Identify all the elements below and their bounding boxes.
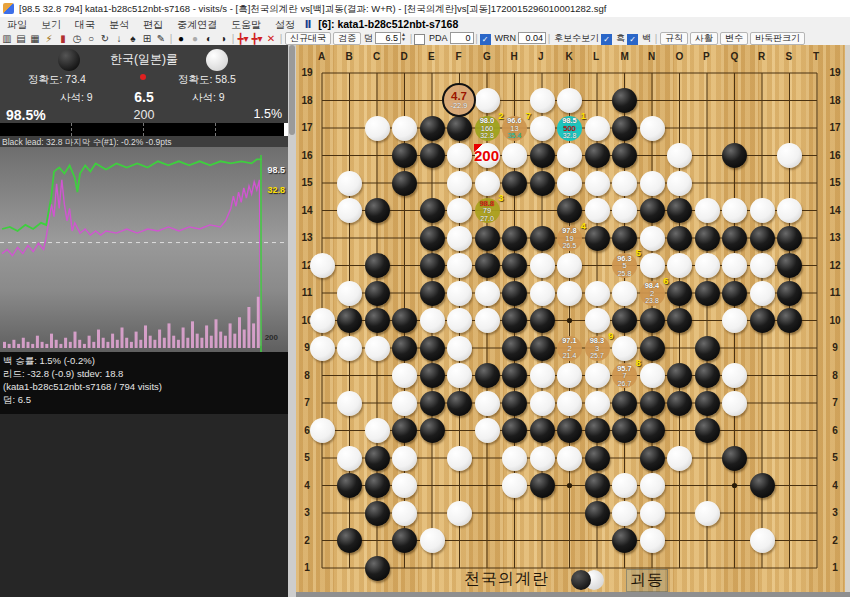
white-candidates-label: 백 [640,32,653,45]
black-stone-D16 [392,143,417,168]
half-stone-icon[interactable]: ◐ [202,32,216,45]
histogram-bar [50,334,53,348]
histogram-bar [247,307,250,348]
histogram-bar [233,334,236,348]
black-stone-J4 [530,473,555,498]
white-stone-L15 [585,171,610,196]
candidate-move-N11[interactable]: 698.4223.8 [640,281,665,306]
white-stone-J12 [530,253,555,278]
show-candidates-label: 후보수보기 [552,32,601,45]
candidate-score: 26.5 [563,242,577,249]
black-stone-P13 [695,226,720,251]
candidate-visits: 3 [595,345,599,353]
white-stone-Q7 [722,391,747,416]
coord-number-right: 9 [828,342,842,353]
stats-line: 백 승률: 1.5% (-0.2%) [0,354,288,367]
candidate-score: 26.7 [618,380,632,387]
stats-line: 리드: -32.8 (-0.9) stdev: 18.8 [0,367,288,380]
white-stone-K11 [557,281,582,306]
coord-number-left: 5 [300,452,314,463]
black-stone-M10 [612,308,637,333]
white-stone-H5 [502,446,527,471]
variation-button[interactable]: 변수 [720,32,748,45]
histogram-bar [196,334,199,348]
folder-icon[interactable]: ▤ [14,32,28,45]
candidate-move-K9[interactable]: 97.1221.4 [557,336,582,361]
candidate-visits: 5 [622,262,626,270]
panel-scrollbar-thumb[interactable] [289,45,295,135]
black-stone-L16 [585,143,610,168]
white-stone-G15 [475,171,500,196]
black-stone-R13 [750,226,775,251]
black-stone-O10 [667,308,692,333]
coord-letter: G [483,51,491,62]
winrate-bar[interactable] [0,123,288,136]
menu-item-설정[interactable]: 설정 [268,17,302,32]
rules-button[interactable]: 규칙 [660,32,688,45]
white-stone-F12 [447,253,472,278]
winrate-graph-canvas [0,147,288,352]
board-size-button[interactable]: 바둑판크기 [750,32,805,45]
black-stone-E17 [420,116,445,141]
black-stone-C10 [365,308,390,333]
black-stone-P9 [695,336,720,361]
menu-item-분석[interactable]: 분석 [102,17,136,32]
white-stone-O16 [667,143,692,168]
black-stone-Q5 [722,446,747,471]
caption-black-stone-icon [571,570,591,590]
life-death-button[interactable]: 사활 [690,32,718,45]
black-stone-B10 [337,308,362,333]
coord-letter: A [318,51,325,62]
histogram-bar [12,340,15,348]
white-stone-B9 [337,336,362,361]
black-stone-J16 [530,143,555,168]
gray-stone-icon[interactable]: ● [188,32,202,45]
black-stone-F7 [447,391,472,416]
black-stone-L6 [585,418,610,443]
candidate-score: 21.4 [563,352,577,359]
coord-number-left: 3 [300,507,314,518]
black-stone-O11 [667,281,692,306]
black-stone-E9 [420,336,445,361]
histogram-bar [78,340,81,348]
black-stone-H12 [502,253,527,278]
histogram-bar [45,344,48,348]
histogram-bar [27,342,30,348]
menu-item-보기[interactable]: 보기 [34,17,68,32]
white-stone-B11 [337,281,362,306]
black-stone-H15 [502,171,527,196]
black-stone-E16 [420,143,445,168]
coord-number-left: 18 [300,95,314,106]
black-stone-E14 [420,198,445,223]
pause-icon[interactable]: Ⅱ [305,19,312,30]
white-stone-N8 [640,363,665,388]
komi-input[interactable]: 6.5 [375,32,401,44]
white-stone-F15 [447,171,472,196]
white-stone-A6 [310,418,335,443]
black-stone-P6 [695,418,720,443]
game-info-panel: 한국(일본)룰 정확도: 73.4 정확도: 58.5 사석: 9 6.5 사석… [0,45,288,147]
black-stone-M18 [612,88,637,113]
verify-button[interactable]: 검증 [333,32,361,45]
black-stone-N5 [640,446,665,471]
candidate-rank: 3 [498,192,503,203]
white-stone-J5 [530,446,555,471]
toolbar-separator: | [653,32,659,45]
candidate-move-M8[interactable]: 895.7726.7 [612,363,637,388]
branch-marker2-icon[interactable]: ╋▾ [250,32,264,45]
engine-stats: 백 승률: 1.5% (-0.2%)리드: -32.8 (-0.9) stdev… [0,352,288,414]
black-stone-O13 [667,226,692,251]
graph-lead-label: 32.8 [267,185,285,195]
histogram-bar [64,338,67,348]
histogram-bar [74,332,77,348]
white-stone-O5 [667,446,692,471]
white-stone-Q10 [722,308,747,333]
black-stone-M7 [612,391,637,416]
black-stone-C14 [365,198,390,223]
coord-letter: S [786,51,793,62]
histogram-bar [17,344,20,348]
white-stone-J8 [530,363,555,388]
menu-item-도움말[interactable]: 도움말 [224,17,268,32]
white-stone-R14 [750,198,775,223]
white-stone-J11 [530,281,555,306]
white-stone-H4 [502,473,527,498]
candidate-move-M12[interactable]: 596.3525.8 [612,253,637,278]
black-stone-D10 [392,308,417,333]
black-candidates-label: 흑 [614,32,627,45]
coord-number-left: 19 [300,67,314,78]
histogram-bar [257,297,260,348]
black-stone-Q16 [722,143,747,168]
histogram-bar [135,332,138,348]
black-stone-O8 [667,363,692,388]
notebook-icon[interactable]: ▥ [0,32,14,45]
black-stone-H6 [502,418,527,443]
coord-number-right: 8 [828,370,842,381]
black-stone-D6 [392,418,417,443]
histogram-bar [102,338,105,348]
white-stone-L17 [585,116,610,141]
coord-number-left: 7 [300,397,314,408]
candidate-move-G17[interactable]: 298.016032.8 [475,116,500,141]
white-stone-F5 [447,446,472,471]
black-stone-L3 [585,501,610,526]
bar-divider [71,123,72,136]
histogram-bar [210,336,213,348]
white-stone-H16 [502,143,527,168]
coord-number-right: 5 [828,452,842,463]
black-stone-M2 [612,528,637,553]
black-stone-S10 [777,308,802,333]
candidate-move-K13[interactable]: 497.81926.5 [557,226,582,251]
white-stone-K7 [557,391,582,416]
coord-number-left: 4 [300,480,314,491]
white-stone-D17 [392,116,417,141]
white-stone-G10 [475,308,500,333]
star-point [732,483,737,488]
score-lead-line [2,180,261,346]
coord-number-right: 12 [828,260,842,271]
black-stone-E12 [420,253,445,278]
coord-number-right: 19 [828,67,842,78]
black-stone-icon[interactable]: ● [174,32,188,45]
black-stone-N9 [640,336,665,361]
white-stone-M14 [612,198,637,223]
white-stone-N3 [640,501,665,526]
candidate-move-K17[interactable]: 198.550032.8 [557,116,582,141]
candidate-visits: 7 [622,372,626,380]
white-stone-F3 [447,501,472,526]
bar-divider [143,123,144,136]
candidate-score: 35.4 [508,132,522,139]
coord-letter: H [511,51,518,62]
black-stone-B2 [337,528,362,553]
black-stone-O14 [667,198,692,223]
white-stone-E2 [420,528,445,553]
white-candidates-checkbox[interactable]: ✓ [627,34,638,45]
stats-line: (kata1-b28c512nbt-s7168 / 794 visits) [0,380,288,393]
white-stone-M4 [612,473,637,498]
lightning-icon[interactable]: ⚡ [42,32,56,45]
histogram-bar [205,325,208,348]
histogram-bar [158,330,161,348]
white-stone-M15 [612,171,637,196]
histogram-bar [172,336,175,348]
white-stone-S14 [777,198,802,223]
black-stone-E7 [420,391,445,416]
white-stone-D8 [392,363,417,388]
white-stone-K12 [557,253,582,278]
coord-number-right: 17 [828,122,842,133]
coord-letter: B [346,51,353,62]
histogram-bar [31,344,34,348]
wrn-checkbox[interactable]: ✓ [480,34,491,45]
coord-number-right: 3 [828,507,842,518]
menu-item-편집[interactable]: 편집 [136,17,170,32]
black-stone-M13 [612,226,637,251]
candidate-visits: 500 [563,125,576,133]
coord-number-right: 2 [828,535,842,546]
coord-letter: M [621,51,629,62]
histogram-bar [55,340,58,348]
white-stone-C17 [365,116,390,141]
menu-item-파일[interactable]: 파일 [0,17,34,32]
coord-letter: E [428,51,435,62]
new-game-button[interactable]: 신규대국 [285,32,331,45]
histogram-bar [41,342,44,348]
black-stone-Q11 [722,281,747,306]
coord-number-left: 2 [300,535,314,546]
save-icon[interactable]: ▦ [28,32,42,45]
black-stone-E6 [420,418,445,443]
branch-marker-icon[interactable]: ╋▾ [236,32,250,45]
coord-letter: P [703,51,710,62]
white-stone-L7 [585,391,610,416]
coord-number-left: 15 [300,177,314,188]
white-stone-L11 [585,281,610,306]
coord-letter: D [401,51,408,62]
menu-item-중계연결[interactable]: 중계연결 [170,17,224,32]
white-stone-G11 [475,281,500,306]
candidate-rank: 6 [663,275,668,286]
white-stone-Q12 [722,253,747,278]
white-stone-N4 [640,473,665,498]
coord-letter: C [373,51,380,62]
pda-checkbox[interactable] [414,34,425,45]
histogram-bar [69,342,72,348]
coord-letter: L [593,51,599,62]
black-stone-N7 [640,391,665,416]
komi-spinner[interactable]: ▲▼ [401,32,408,42]
white-stone-C9 [365,336,390,361]
menu-item-대국[interactable]: 대국 [68,17,102,32]
white-stone-N15 [640,171,665,196]
white-stone-D3 [392,501,417,526]
black-stone-N14 [640,198,665,223]
board-caption: 천국의계란 괴동 [296,569,845,593]
coord-number-left: 13 [300,232,314,243]
pencil-icon[interactable]: ✎ [154,32,168,45]
white-stone-O15 [667,171,692,196]
white-stone-F16 [447,143,472,168]
candidate-move-G14[interactable]: 398.87927.0 [475,198,500,223]
histogram-bar [121,328,124,349]
pda-input[interactable]: 0 [450,32,474,44]
black-stone-H9 [502,336,527,361]
candidate-visits: 19 [565,235,573,243]
komi-value: 6.5 [0,89,288,105]
histogram-bar [139,340,142,348]
black-stone-E11 [420,281,445,306]
coord-letter: Q [731,51,739,62]
go-board[interactable]: 천국의계란 괴동 ABCDEFGHJKLMNOPQRST112233445566… [296,45,845,597]
coord-number-left: 14 [300,205,314,216]
candidate-rank: 5 [636,247,641,258]
black-stone-H7 [502,391,527,416]
black-stone-D9 [392,336,417,361]
spade-icon[interactable]: ♠ [126,32,140,45]
menu-items: 파일보기대국분석편집중계연결도움말설정 [0,19,302,30]
black-stone-H13 [502,226,527,251]
black-stone-P8 [695,363,720,388]
black-stone-G8 [475,363,500,388]
histogram-bar [177,340,180,348]
white-stone-Q8 [722,363,747,388]
white-stone-F10 [447,308,472,333]
black-stone-J6 [530,418,555,443]
coord-letter: R [758,51,765,62]
winrate-line [2,159,262,231]
black-stone-D15 [392,171,417,196]
white-stone-K16 [557,143,582,168]
white-stone-K8 [557,363,582,388]
black-stone-L4 [585,473,610,498]
histogram-bar [186,338,189,348]
black-candidates-checkbox[interactable]: ✓ [601,34,612,45]
candidate-move-F18[interactable]: 4.7-22.9 [442,83,476,117]
histogram-bar [106,342,109,348]
white-stone-C6 [365,418,390,443]
histogram-bar [97,330,100,348]
white-stone-M3 [612,501,637,526]
white-stone-K18 [557,88,582,113]
black-stone-R4 [750,473,775,498]
grid-icon[interactable]: ⊞ [140,32,154,45]
white-stone-O12 [667,253,692,278]
candidate-rank: 9 [608,330,613,341]
white-stone-D5 [392,446,417,471]
candidate-score: 32.8 [480,132,494,139]
histogram-bar [144,325,147,348]
white-stone-K15 [557,171,582,196]
circle-icon[interactable]: ○ [84,32,98,45]
refresh-icon[interactable]: ↻ [98,32,112,45]
white-stone-E10 [420,308,445,333]
candidate-move-L9[interactable]: 998.3325.7 [585,336,610,361]
candidate-move-H17[interactable]: 796.61335.4 [502,116,527,141]
star-point [567,483,572,488]
white-stone-L14 [585,198,610,223]
coord-letter: F [456,51,462,62]
black-stone-C3 [365,501,390,526]
histogram-bar [36,336,39,348]
coord-number-left: 8 [300,370,314,381]
toolbar-separator: | [278,32,284,45]
histogram-bar [22,338,25,348]
coord-number-left: 16 [300,150,314,161]
clock-icon[interactable]: ◷ [70,32,84,45]
wrn-input[interactable]: 0.04 [518,32,546,44]
black-stone-G13 [475,226,500,251]
black-stone-K6 [557,418,582,443]
coord-number-left: 11 [300,287,314,298]
black-stone-J15 [530,171,555,196]
black-stone-H10 [502,308,527,333]
histogram-bar [149,336,152,348]
white-stone-Q14 [722,198,747,223]
window-right-edge [845,45,850,597]
komi-label: 덤 [362,32,375,45]
graph-move-label: 200 [265,333,278,342]
white-stone-J7 [530,391,555,416]
histogram-bar [130,342,133,348]
white-stone-F14 [447,198,472,223]
winrate-graph[interactable]: 98.5 32.8 200 [0,147,288,352]
black-player-name: 천국의계란 [464,569,549,590]
histogram-bar [238,317,241,348]
histogram-bar [111,334,114,348]
down-arrow-icon[interactable]: ↓ [112,32,126,45]
engine-session-label: [6]: kata1-b28c512nbt-s7168 [318,18,458,30]
white-stone-G6 [475,418,500,443]
black-stone-M16 [612,143,637,168]
coord-number-right: 14 [828,205,842,216]
histogram-bar [88,336,91,348]
last-move-number: 200 [474,147,499,164]
histogram-bar [116,340,119,348]
white-stone-F9 [447,336,472,361]
white-stone-R11 [750,281,775,306]
half-stone2-icon[interactable]: ◑ [216,32,230,45]
white-stone-B15 [337,171,362,196]
chart-icon[interactable]: ▮ [56,32,70,45]
white-stone-F11 [447,281,472,306]
delete-icon[interactable]: ✕ [264,32,278,45]
